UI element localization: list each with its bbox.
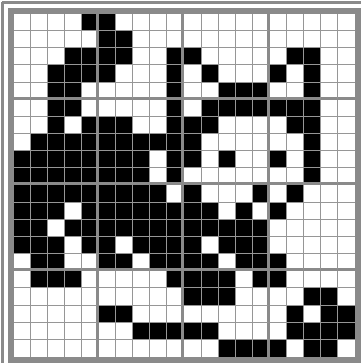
grid-cell[interactable]	[338, 14, 355, 31]
grid-cell[interactable]	[304, 237, 321, 254]
grid-cell[interactable]	[31, 237, 48, 254]
grid-cell[interactable]	[270, 306, 287, 323]
grid-cell[interactable]	[236, 306, 253, 323]
grid-cell[interactable]	[338, 48, 355, 65]
grid-cell[interactable]	[150, 65, 167, 82]
grid-cell[interactable]	[65, 168, 82, 185]
grid-cell[interactable]	[202, 220, 219, 237]
grid-cell[interactable]	[270, 48, 287, 65]
grid-cell[interactable]	[270, 151, 287, 168]
grid-cell[interactable]	[48, 220, 65, 237]
grid-cell[interactable]	[219, 117, 236, 134]
grid-cell[interactable]	[219, 185, 236, 202]
grid-cell[interactable]	[14, 65, 31, 82]
grid-cell[interactable]	[48, 134, 65, 151]
grid-cell[interactable]	[116, 323, 133, 340]
grid-cell[interactable]	[219, 31, 236, 48]
grid-cell[interactable]	[48, 203, 65, 220]
grid-cell[interactable]	[321, 203, 338, 220]
grid-cell[interactable]	[321, 168, 338, 185]
grid-cell[interactable]	[48, 306, 65, 323]
grid-cell[interactable]	[287, 323, 304, 340]
grid-cell[interactable]	[304, 48, 321, 65]
grid-cell[interactable]	[31, 288, 48, 305]
grid-cell[interactable]	[99, 288, 116, 305]
grid-cell[interactable]	[48, 100, 65, 117]
grid-cell[interactable]	[116, 237, 133, 254]
grid-cell[interactable]	[236, 340, 253, 357]
grid-cell[interactable]	[338, 31, 355, 48]
grid-cell[interactable]	[253, 48, 270, 65]
grid-cell[interactable]	[253, 323, 270, 340]
grid-cell[interactable]	[219, 254, 236, 271]
grid-cell[interactable]	[167, 306, 184, 323]
grid-cell[interactable]	[133, 323, 150, 340]
grid-cell[interactable]	[133, 134, 150, 151]
grid-cell[interactable]	[304, 151, 321, 168]
grid-cell[interactable]	[270, 31, 287, 48]
grid-cell[interactable]	[219, 65, 236, 82]
grid-cell[interactable]	[321, 237, 338, 254]
grid-cell[interactable]	[270, 203, 287, 220]
grid-cell[interactable]	[48, 117, 65, 134]
grid-cell[interactable]	[133, 31, 150, 48]
grid-cell[interactable]	[184, 271, 201, 288]
grid-cell[interactable]	[82, 237, 99, 254]
grid-cell[interactable]	[253, 134, 270, 151]
grid-cell[interactable]	[150, 117, 167, 134]
grid-cell[interactable]	[167, 340, 184, 357]
grid-cell[interactable]	[202, 151, 219, 168]
grid-cell[interactable]	[82, 14, 99, 31]
grid-cell[interactable]	[65, 48, 82, 65]
grid-cell[interactable]	[150, 168, 167, 185]
grid-cell[interactable]	[202, 254, 219, 271]
grid-cell[interactable]	[65, 65, 82, 82]
grid-cell[interactable]	[253, 185, 270, 202]
grid-cell[interactable]	[270, 220, 287, 237]
grid-cell[interactable]	[304, 203, 321, 220]
grid-cell[interactable]	[287, 288, 304, 305]
grid-cell[interactable]	[116, 65, 133, 82]
grid-cell[interactable]	[236, 14, 253, 31]
grid-cell[interactable]	[116, 31, 133, 48]
grid-cell[interactable]	[48, 340, 65, 357]
grid-cell[interactable]	[167, 168, 184, 185]
grid-cell[interactable]	[31, 306, 48, 323]
grid-cell[interactable]	[116, 117, 133, 134]
grid-cell[interactable]	[321, 151, 338, 168]
grid-cell[interactable]	[133, 185, 150, 202]
grid-cell[interactable]	[14, 271, 31, 288]
grid-cell[interactable]	[253, 203, 270, 220]
grid-cell[interactable]	[99, 185, 116, 202]
grid-cell[interactable]	[116, 151, 133, 168]
grid-cell[interactable]	[48, 31, 65, 48]
grid-cell[interactable]	[304, 117, 321, 134]
grid-cell[interactable]	[321, 48, 338, 65]
grid-cell[interactable]	[133, 203, 150, 220]
grid-cell[interactable]	[304, 220, 321, 237]
grid-cell[interactable]	[287, 306, 304, 323]
grid-cell[interactable]	[304, 168, 321, 185]
grid-cell[interactable]	[202, 340, 219, 357]
grid-cell[interactable]	[99, 151, 116, 168]
grid-cell[interactable]	[184, 168, 201, 185]
grid-cell[interactable]	[202, 288, 219, 305]
grid-cell[interactable]	[31, 271, 48, 288]
grid-cell[interactable]	[253, 83, 270, 100]
grid-cell[interactable]	[65, 117, 82, 134]
grid-cell[interactable]	[99, 306, 116, 323]
grid-cell[interactable]	[253, 31, 270, 48]
grid-cell[interactable]	[116, 83, 133, 100]
grid-cell[interactable]	[14, 117, 31, 134]
grid-cell[interactable]	[150, 237, 167, 254]
grid-cell[interactable]	[31, 220, 48, 237]
grid-cell[interactable]	[287, 151, 304, 168]
grid-cell[interactable]	[167, 14, 184, 31]
grid-cell[interactable]	[202, 323, 219, 340]
grid-cell[interactable]	[202, 83, 219, 100]
grid-cell[interactable]	[236, 151, 253, 168]
grid-cell[interactable]	[184, 323, 201, 340]
grid-cell[interactable]	[304, 83, 321, 100]
grid-cell[interactable]	[116, 306, 133, 323]
grid-cell[interactable]	[321, 31, 338, 48]
grid-cell[interactable]	[99, 237, 116, 254]
grid-cell[interactable]	[236, 185, 253, 202]
grid-cell[interactable]	[150, 306, 167, 323]
grid-cell[interactable]	[338, 220, 355, 237]
grid-cell[interactable]	[150, 220, 167, 237]
grid-cell[interactable]	[82, 100, 99, 117]
grid-cell[interactable]	[202, 168, 219, 185]
grid-cell[interactable]	[338, 306, 355, 323]
grid-cell[interactable]	[270, 65, 287, 82]
grid-cell[interactable]	[219, 100, 236, 117]
grid-cell[interactable]	[287, 134, 304, 151]
grid-cell[interactable]	[65, 254, 82, 271]
grid-cell[interactable]	[65, 288, 82, 305]
grid-cell[interactable]	[253, 254, 270, 271]
grid-cell[interactable]	[82, 185, 99, 202]
grid-cell[interactable]	[184, 65, 201, 82]
grid-cell[interactable]	[338, 271, 355, 288]
grid-cell[interactable]	[321, 254, 338, 271]
grid-cell[interactable]	[304, 31, 321, 48]
grid-cell[interactable]	[270, 288, 287, 305]
grid-cell[interactable]	[253, 151, 270, 168]
grid-cell[interactable]	[184, 203, 201, 220]
grid-cell[interactable]	[31, 340, 48, 357]
grid-cell[interactable]	[184, 14, 201, 31]
grid-cell[interactable]	[48, 185, 65, 202]
grid-cell[interactable]	[82, 323, 99, 340]
grid-cell[interactable]	[167, 288, 184, 305]
grid-cell[interactable]	[287, 340, 304, 357]
grid-cell[interactable]	[184, 306, 201, 323]
grid-cell[interactable]	[99, 31, 116, 48]
grid-cell[interactable]	[150, 100, 167, 117]
grid-cell[interactable]	[304, 254, 321, 271]
grid-cell[interactable]	[321, 323, 338, 340]
grid-cell[interactable]	[133, 14, 150, 31]
grid-cell[interactable]	[236, 323, 253, 340]
grid-cell[interactable]	[321, 185, 338, 202]
grid-cell[interactable]	[99, 168, 116, 185]
grid-cell[interactable]	[236, 117, 253, 134]
grid-cell[interactable]	[338, 83, 355, 100]
grid-cell[interactable]	[14, 14, 31, 31]
grid-cell[interactable]	[270, 185, 287, 202]
grid-cell[interactable]	[253, 14, 270, 31]
grid-cell[interactable]	[116, 185, 133, 202]
grid-cell[interactable]	[321, 65, 338, 82]
grid-cell[interactable]	[31, 83, 48, 100]
grid-cell[interactable]	[270, 323, 287, 340]
grid-cell[interactable]	[82, 117, 99, 134]
grid-cell[interactable]	[236, 100, 253, 117]
grid-cell[interactable]	[184, 134, 201, 151]
grid-cell[interactable]	[287, 117, 304, 134]
grid-cell[interactable]	[99, 271, 116, 288]
grid-cell[interactable]	[48, 14, 65, 31]
grid-cell[interactable]	[65, 323, 82, 340]
grid-cell[interactable]	[236, 220, 253, 237]
grid-cell[interactable]	[31, 134, 48, 151]
grid-cell[interactable]	[202, 134, 219, 151]
grid-cell[interactable]	[150, 271, 167, 288]
grid-cell[interactable]	[65, 185, 82, 202]
grid-cell[interactable]	[99, 14, 116, 31]
grid-cell[interactable]	[184, 220, 201, 237]
grid-cell[interactable]	[219, 14, 236, 31]
grid-cell[interactable]	[99, 48, 116, 65]
grid-cell[interactable]	[31, 185, 48, 202]
grid-cell[interactable]	[270, 168, 287, 185]
grid-cell[interactable]	[65, 14, 82, 31]
grid-cell[interactable]	[31, 48, 48, 65]
grid-cell[interactable]	[82, 31, 99, 48]
grid-cell[interactable]	[202, 117, 219, 134]
grid-cell[interactable]	[236, 254, 253, 271]
grid-cell[interactable]	[167, 185, 184, 202]
grid-cell[interactable]	[150, 48, 167, 65]
grid-cell[interactable]	[219, 323, 236, 340]
grid-cell[interactable]	[219, 134, 236, 151]
grid-cell[interactable]	[202, 185, 219, 202]
grid-cell[interactable]	[338, 185, 355, 202]
grid-cell[interactable]	[99, 134, 116, 151]
grid-cell[interactable]	[184, 83, 201, 100]
grid-cell[interactable]	[253, 65, 270, 82]
grid-cell[interactable]	[270, 340, 287, 357]
grid-cell[interactable]	[219, 83, 236, 100]
grid-cell[interactable]	[236, 271, 253, 288]
grid-cell[interactable]	[65, 134, 82, 151]
grid-cell[interactable]	[253, 271, 270, 288]
grid-cell[interactable]	[65, 203, 82, 220]
grid-cell[interactable]	[133, 117, 150, 134]
grid-cell[interactable]	[184, 31, 201, 48]
grid-cell[interactable]	[14, 151, 31, 168]
grid-cell[interactable]	[167, 271, 184, 288]
grid-cell[interactable]	[48, 168, 65, 185]
grid-cell[interactable]	[253, 100, 270, 117]
grid-cell[interactable]	[236, 65, 253, 82]
grid-cell[interactable]	[184, 254, 201, 271]
grid-cell[interactable]	[287, 237, 304, 254]
grid-cell[interactable]	[82, 48, 99, 65]
grid-cell[interactable]	[253, 237, 270, 254]
grid-cell[interactable]	[82, 254, 99, 271]
grid-cell[interactable]	[184, 151, 201, 168]
grid-cell[interactable]	[31, 31, 48, 48]
grid-cell[interactable]	[82, 134, 99, 151]
grid-cell[interactable]	[338, 168, 355, 185]
grid-cell[interactable]	[167, 65, 184, 82]
grid-cell[interactable]	[150, 288, 167, 305]
grid-cell[interactable]	[99, 117, 116, 134]
grid-cell[interactable]	[116, 220, 133, 237]
grid-cell[interactable]	[82, 220, 99, 237]
grid-cell[interactable]	[14, 306, 31, 323]
grid-cell[interactable]	[82, 168, 99, 185]
grid-cell[interactable]	[99, 83, 116, 100]
grid-cell[interactable]	[150, 254, 167, 271]
grid-cell[interactable]	[14, 185, 31, 202]
grid-cell[interactable]	[219, 306, 236, 323]
grid-cell[interactable]	[14, 203, 31, 220]
grid-cell[interactable]	[167, 31, 184, 48]
grid-cell[interactable]	[48, 83, 65, 100]
grid-cell[interactable]	[270, 237, 287, 254]
grid-cell[interactable]	[167, 100, 184, 117]
grid-cell[interactable]	[270, 254, 287, 271]
grid-cell[interactable]	[202, 14, 219, 31]
grid-cell[interactable]	[202, 306, 219, 323]
grid-cell[interactable]	[184, 340, 201, 357]
grid-cell[interactable]	[253, 117, 270, 134]
grid-cell[interactable]	[219, 168, 236, 185]
grid-cell[interactable]	[304, 185, 321, 202]
grid-cell[interactable]	[133, 288, 150, 305]
grid-cell[interactable]	[167, 220, 184, 237]
grid-cell[interactable]	[116, 168, 133, 185]
grid-cell[interactable]	[99, 100, 116, 117]
grid-cell[interactable]	[167, 134, 184, 151]
grid-cell[interactable]	[116, 271, 133, 288]
grid-cell[interactable]	[270, 134, 287, 151]
grid-cell[interactable]	[116, 254, 133, 271]
grid-cell[interactable]	[184, 100, 201, 117]
grid-cell[interactable]	[82, 151, 99, 168]
grid-cell[interactable]	[236, 168, 253, 185]
grid-cell[interactable]	[82, 271, 99, 288]
grid-cell[interactable]	[150, 83, 167, 100]
grid-cell[interactable]	[99, 65, 116, 82]
grid-cell[interactable]	[304, 306, 321, 323]
grid-cell[interactable]	[82, 306, 99, 323]
grid-cell[interactable]	[321, 340, 338, 357]
grid-cell[interactable]	[321, 288, 338, 305]
grid-cell[interactable]	[184, 185, 201, 202]
grid-cell[interactable]	[82, 288, 99, 305]
grid-cell[interactable]	[287, 203, 304, 220]
grid-cell[interactable]	[48, 288, 65, 305]
grid-cell[interactable]	[253, 288, 270, 305]
grid-cell[interactable]	[82, 65, 99, 82]
grid-cell[interactable]	[338, 151, 355, 168]
grid-cell[interactable]	[270, 100, 287, 117]
grid-cell[interactable]	[150, 340, 167, 357]
grid-cell[interactable]	[321, 134, 338, 151]
grid-cell[interactable]	[236, 83, 253, 100]
grid-cell[interactable]	[304, 271, 321, 288]
grid-cell[interactable]	[14, 83, 31, 100]
grid-cell[interactable]	[82, 83, 99, 100]
grid-cell[interactable]	[236, 31, 253, 48]
grid-cell[interactable]	[31, 117, 48, 134]
grid-cell[interactable]	[65, 220, 82, 237]
grid-cell[interactable]	[99, 220, 116, 237]
grid-cell[interactable]	[338, 340, 355, 357]
grid-cell[interactable]	[219, 151, 236, 168]
grid-cell[interactable]	[219, 340, 236, 357]
grid-cell[interactable]	[202, 203, 219, 220]
grid-cell[interactable]	[65, 271, 82, 288]
grid-cell[interactable]	[167, 203, 184, 220]
grid-cell[interactable]	[321, 14, 338, 31]
grid-cell[interactable]	[48, 271, 65, 288]
grid-cell[interactable]	[219, 271, 236, 288]
grid-cell[interactable]	[99, 340, 116, 357]
grid-cell[interactable]	[304, 134, 321, 151]
grid-cell[interactable]	[133, 48, 150, 65]
grid-cell[interactable]	[14, 323, 31, 340]
grid-cell[interactable]	[287, 220, 304, 237]
grid-cell[interactable]	[99, 203, 116, 220]
grid-cell[interactable]	[321, 100, 338, 117]
grid-cell[interactable]	[65, 100, 82, 117]
grid-cell[interactable]	[48, 237, 65, 254]
grid-cell[interactable]	[236, 203, 253, 220]
grid-cell[interactable]	[116, 340, 133, 357]
grid-cell[interactable]	[287, 48, 304, 65]
grid-cell[interactable]	[338, 323, 355, 340]
grid-cell[interactable]	[287, 185, 304, 202]
grid-cell[interactable]	[31, 203, 48, 220]
grid-cell[interactable]	[82, 340, 99, 357]
grid-cell[interactable]	[99, 254, 116, 271]
grid-cell[interactable]	[202, 65, 219, 82]
grid-cell[interactable]	[304, 100, 321, 117]
grid-cell[interactable]	[338, 237, 355, 254]
grid-cell[interactable]	[167, 48, 184, 65]
grid-cell[interactable]	[219, 288, 236, 305]
grid-cell[interactable]	[31, 323, 48, 340]
grid-cell[interactable]	[116, 134, 133, 151]
grid-cell[interactable]	[270, 83, 287, 100]
grid-cell[interactable]	[184, 117, 201, 134]
grid-cell[interactable]	[133, 168, 150, 185]
grid-cell[interactable]	[133, 254, 150, 271]
grid-cell[interactable]	[48, 48, 65, 65]
grid-cell[interactable]	[14, 31, 31, 48]
grid-cell[interactable]	[14, 340, 31, 357]
grid-cell[interactable]	[304, 288, 321, 305]
